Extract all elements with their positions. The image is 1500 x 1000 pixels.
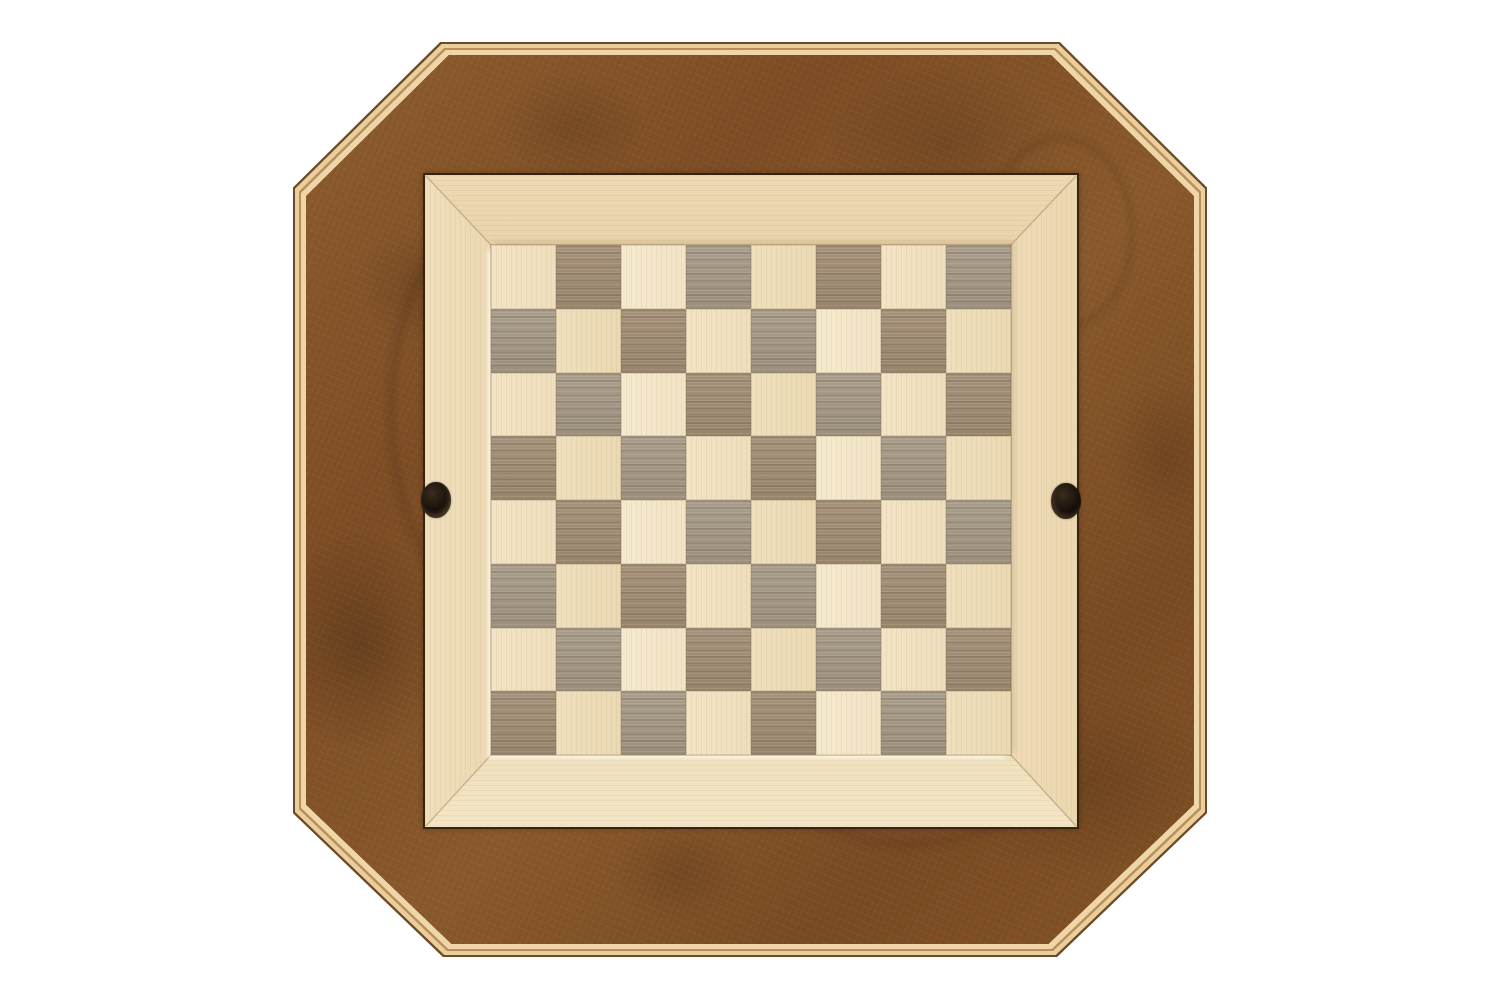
square-e1[interactable] xyxy=(751,691,816,755)
square-a3[interactable] xyxy=(491,564,556,628)
square-f8[interactable] xyxy=(816,245,881,309)
finger-notch-right[interactable] xyxy=(1051,483,1081,519)
square-c2[interactable] xyxy=(621,628,686,692)
square-g8[interactable] xyxy=(881,245,946,309)
square-g6[interactable] xyxy=(881,373,946,437)
square-b4[interactable] xyxy=(556,500,621,564)
square-d5[interactable] xyxy=(686,436,751,500)
square-d1[interactable] xyxy=(686,691,751,755)
square-g3[interactable] xyxy=(881,564,946,628)
square-b5[interactable] xyxy=(556,436,621,500)
square-g5[interactable] xyxy=(881,436,946,500)
square-c7[interactable] xyxy=(621,309,686,373)
square-d8[interactable] xyxy=(686,245,751,309)
square-e4[interactable] xyxy=(751,500,816,564)
square-g1[interactable] xyxy=(881,691,946,755)
square-b3[interactable] xyxy=(556,564,621,628)
square-d7[interactable] xyxy=(686,309,751,373)
square-a4[interactable] xyxy=(491,500,556,564)
square-e3[interactable] xyxy=(751,564,816,628)
square-b1[interactable] xyxy=(556,691,621,755)
square-h3[interactable] xyxy=(946,564,1011,628)
square-d4[interactable] xyxy=(686,500,751,564)
square-f2[interactable] xyxy=(816,628,881,692)
square-a6[interactable] xyxy=(491,373,556,437)
square-e5[interactable] xyxy=(751,436,816,500)
square-h8[interactable] xyxy=(946,245,1011,309)
finger-notch-left[interactable] xyxy=(421,482,451,518)
square-g2[interactable] xyxy=(881,628,946,692)
square-a8[interactable] xyxy=(491,245,556,309)
square-d3[interactable] xyxy=(686,564,751,628)
square-e2[interactable] xyxy=(751,628,816,692)
square-c4[interactable] xyxy=(621,500,686,564)
square-a2[interactable] xyxy=(491,628,556,692)
square-h6[interactable] xyxy=(946,373,1011,437)
square-c3[interactable] xyxy=(621,564,686,628)
square-e8[interactable] xyxy=(751,245,816,309)
square-f3[interactable] xyxy=(816,564,881,628)
square-g4[interactable] xyxy=(881,500,946,564)
square-b7[interactable] xyxy=(556,309,621,373)
square-c1[interactable] xyxy=(621,691,686,755)
square-g7[interactable] xyxy=(881,309,946,373)
chessboard-insert xyxy=(425,175,1077,827)
maple-frame-bottom xyxy=(425,755,1077,827)
chess-board-grid xyxy=(491,245,1011,755)
square-d6[interactable] xyxy=(686,373,751,437)
square-h5[interactable] xyxy=(946,436,1011,500)
square-c8[interactable] xyxy=(621,245,686,309)
square-f5[interactable] xyxy=(816,436,881,500)
square-h2[interactable] xyxy=(946,628,1011,692)
game-table xyxy=(293,42,1207,957)
square-d2[interactable] xyxy=(686,628,751,692)
maple-frame-top xyxy=(425,175,1077,245)
square-a7[interactable] xyxy=(491,309,556,373)
square-f7[interactable] xyxy=(816,309,881,373)
scene xyxy=(0,0,1500,1000)
square-e6[interactable] xyxy=(751,373,816,437)
square-f1[interactable] xyxy=(816,691,881,755)
square-h4[interactable] xyxy=(946,500,1011,564)
square-c5[interactable] xyxy=(621,436,686,500)
square-f6[interactable] xyxy=(816,373,881,437)
square-c6[interactable] xyxy=(621,373,686,437)
square-h7[interactable] xyxy=(946,309,1011,373)
square-h1[interactable] xyxy=(946,691,1011,755)
square-f4[interactable] xyxy=(816,500,881,564)
square-b8[interactable] xyxy=(556,245,621,309)
square-a5[interactable] xyxy=(491,436,556,500)
square-e7[interactable] xyxy=(751,309,816,373)
square-a1[interactable] xyxy=(491,691,556,755)
square-b2[interactable] xyxy=(556,628,621,692)
square-b6[interactable] xyxy=(556,373,621,437)
